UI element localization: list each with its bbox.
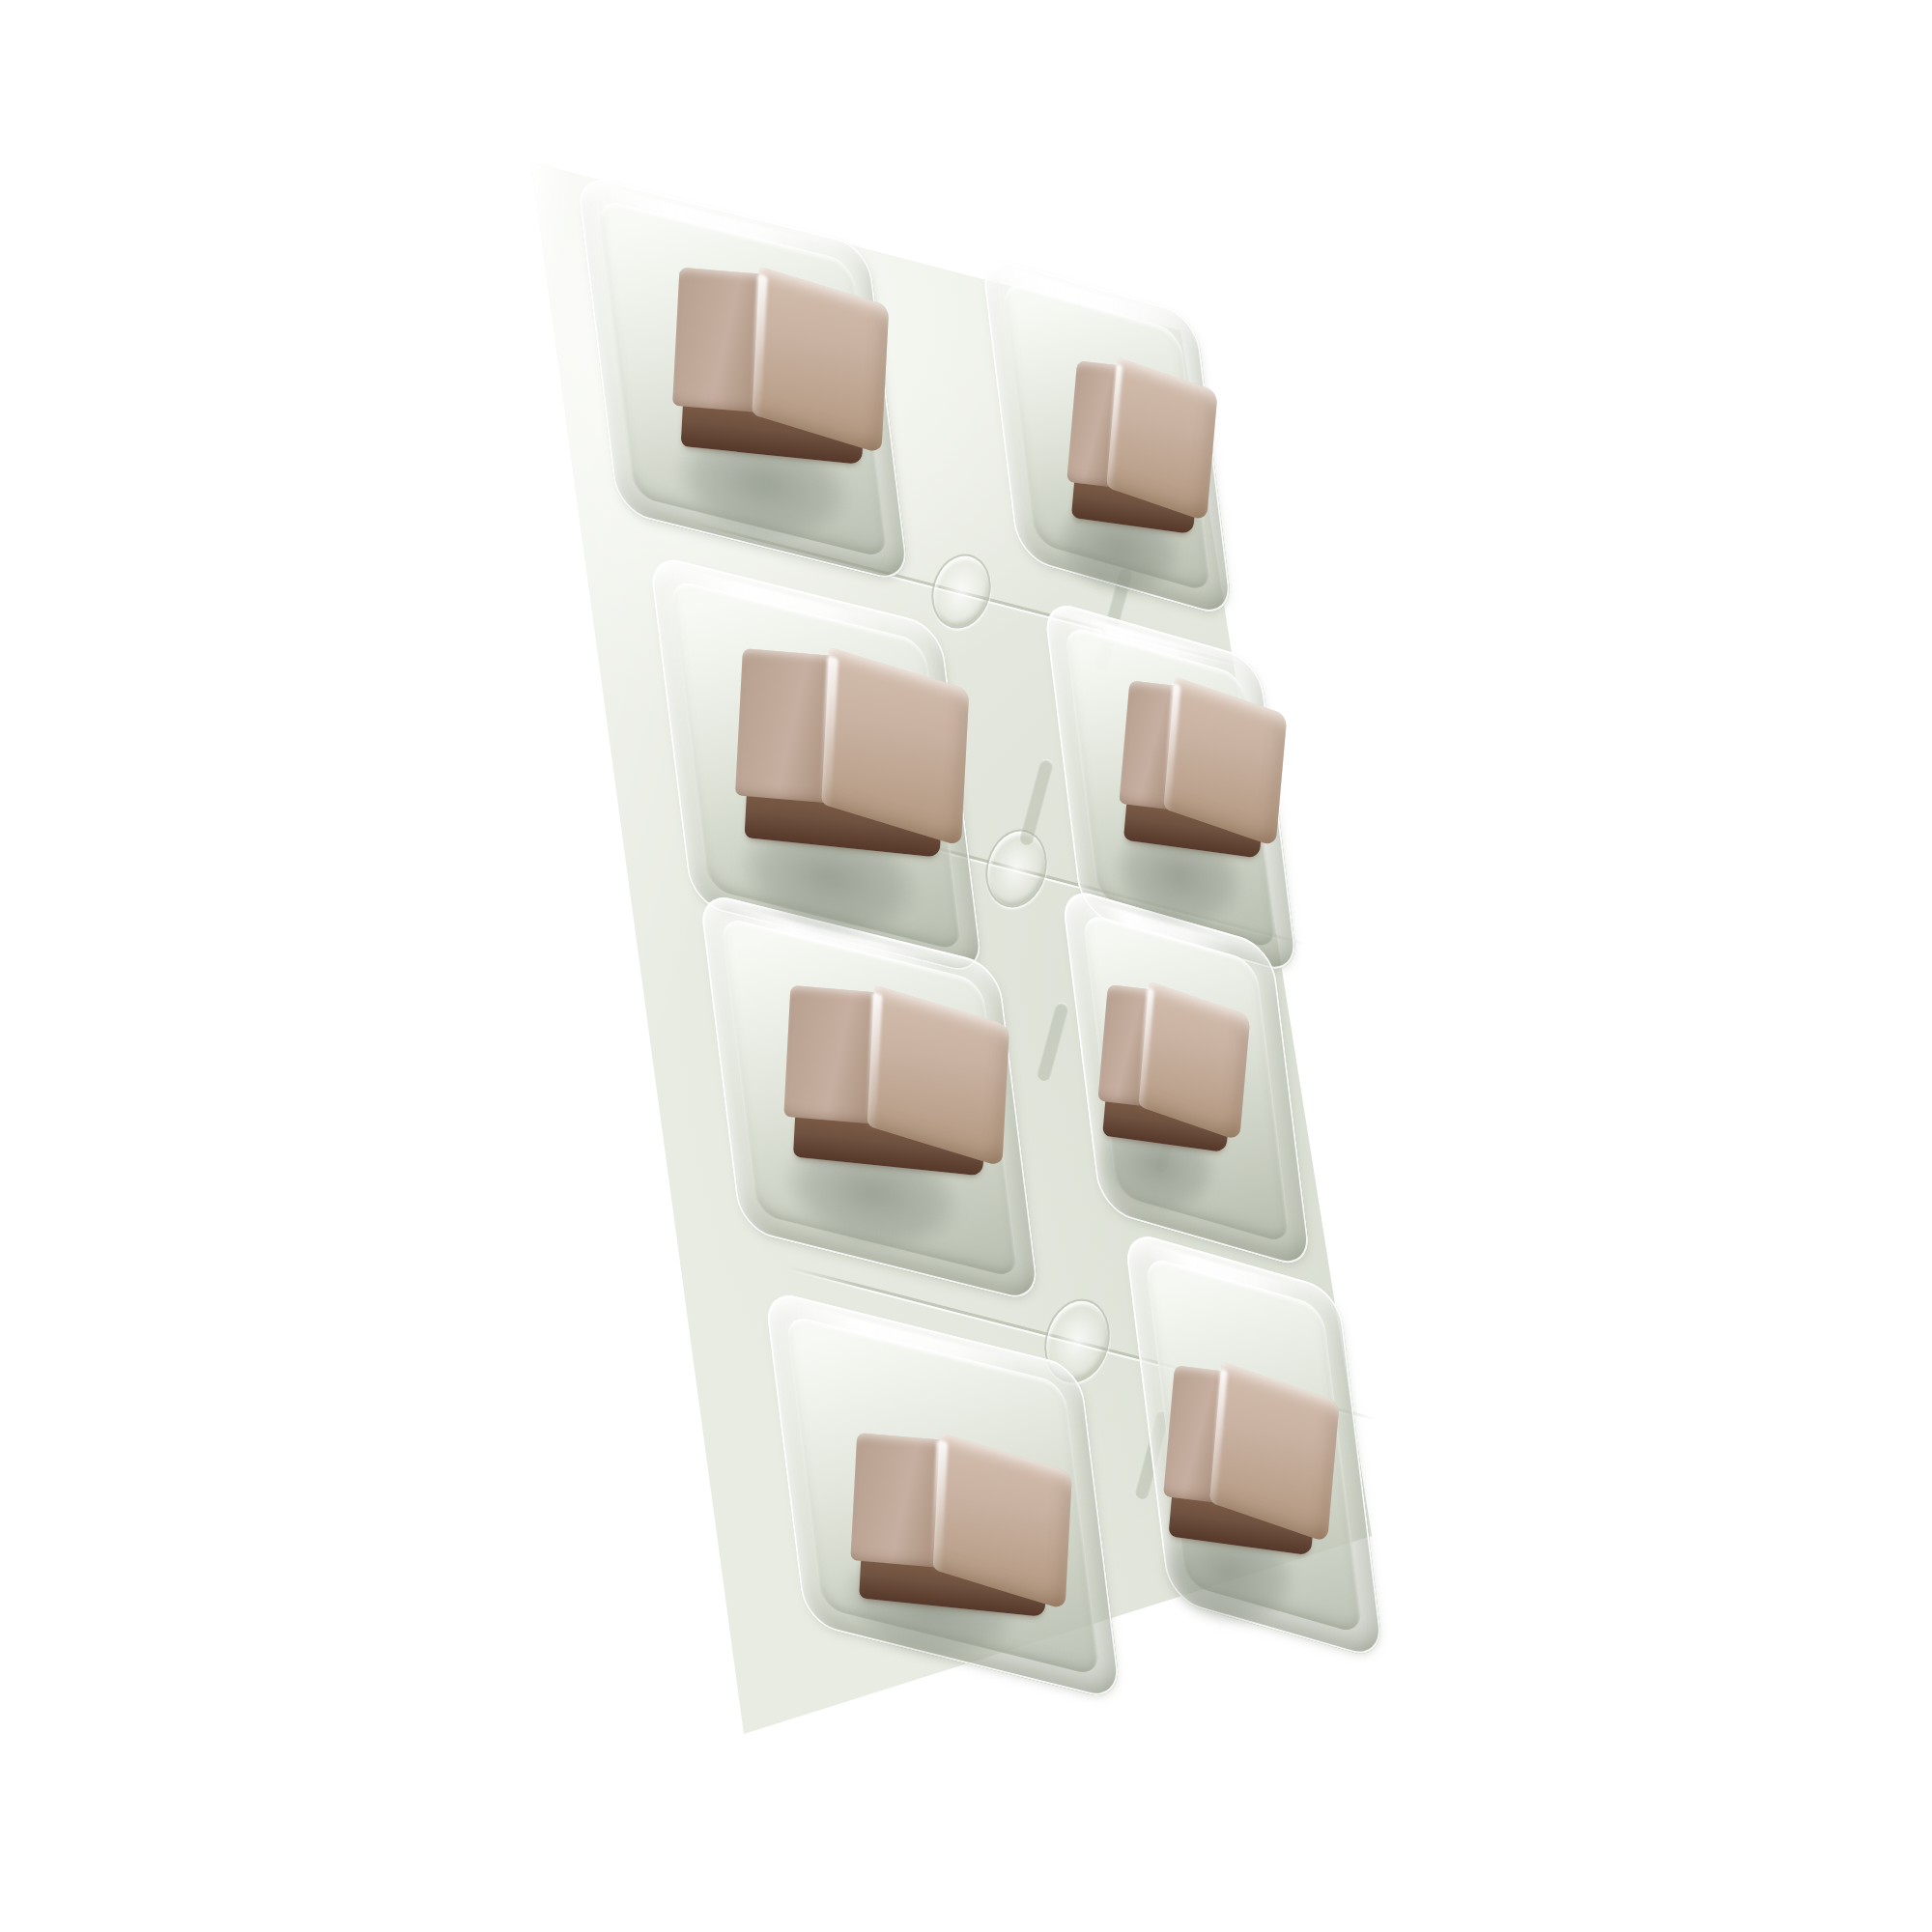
scene-background (0, 0, 1932, 1932)
